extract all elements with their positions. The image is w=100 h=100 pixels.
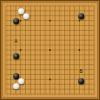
star-point [49, 79, 51, 81]
choice-label-b[interactable]: B [79, 69, 83, 74]
black-stone-C9 [13, 53, 19, 59]
black-stone-C5 [13, 73, 19, 79]
star-point [49, 49, 51, 51]
star-point [79, 20, 81, 22]
black-stone-Q4 [78, 78, 84, 84]
star-point [49, 20, 51, 22]
go-board[interactable]: AB [0, 0, 100, 100]
star-point [20, 49, 22, 51]
white-stone-E17 [23, 13, 29, 19]
choice-label-a[interactable]: A [14, 39, 18, 44]
black-stone-C16 [13, 18, 19, 24]
white-stone-C3 [13, 83, 19, 89]
white-stone-D4 [18, 78, 24, 84]
star-point [79, 49, 81, 51]
black-stone-Q17 [78, 13, 84, 19]
star-point [20, 20, 22, 22]
white-stone-D18 [18, 8, 24, 14]
